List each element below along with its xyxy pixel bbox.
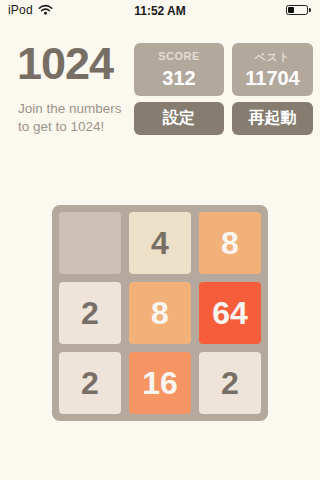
tile-8: 8 bbox=[129, 282, 191, 344]
score-box: SCORE 312 bbox=[134, 43, 224, 96]
battery-fill bbox=[288, 7, 294, 13]
app-screen: iPod 11:52 AM 1024 Join the numbers to g… bbox=[0, 0, 320, 480]
tile-64: 64 bbox=[199, 282, 261, 344]
subtitle-line-2: to get to 1024! bbox=[18, 118, 122, 136]
best-score-value: 11704 bbox=[245, 67, 300, 90]
restart-button[interactable]: 再起動 bbox=[232, 102, 313, 135]
tile-8: 8 bbox=[199, 212, 261, 274]
tile-2: 2 bbox=[59, 282, 121, 344]
board[interactable]: 4828642162 bbox=[52, 205, 268, 421]
tile-4: 4 bbox=[129, 212, 191, 274]
clock: 11:52 AM bbox=[0, 4, 320, 18]
score-label: SCORE bbox=[158, 50, 200, 62]
tile-2: 2 bbox=[199, 352, 261, 414]
best-score-label: ベスト bbox=[255, 50, 290, 65]
cell-empty bbox=[59, 212, 121, 274]
game-subtitle: Join the numbers to get to 1024! bbox=[18, 100, 122, 135]
game-title: 1024 bbox=[17, 41, 113, 86]
score-value: 312 bbox=[162, 67, 195, 90]
subtitle-line-1: Join the numbers bbox=[18, 100, 122, 118]
status-bar: iPod 11:52 AM bbox=[0, 0, 320, 20]
battery-icon bbox=[286, 5, 311, 15]
best-score-box: ベスト 11704 bbox=[232, 43, 313, 96]
settings-button[interactable]: 設定 bbox=[134, 102, 224, 135]
tile-16: 16 bbox=[129, 352, 191, 414]
tile-2: 2 bbox=[59, 352, 121, 414]
